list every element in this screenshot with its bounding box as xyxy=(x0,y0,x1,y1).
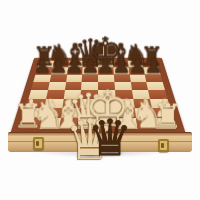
brass-latch-right xyxy=(158,139,169,152)
square-f7: ♟ xyxy=(113,67,129,74)
square-g7: ♟ xyxy=(128,67,145,74)
square-g5 xyxy=(130,82,148,90)
black-queen-front: ♛ xyxy=(88,113,133,163)
black-pawn: ♟ xyxy=(144,56,163,77)
square-a5 xyxy=(31,82,49,90)
brass-latch-left xyxy=(33,137,44,150)
white-rook: ♜ xyxy=(153,100,183,133)
latch-hole xyxy=(36,141,39,146)
latch-hole xyxy=(161,143,164,148)
square-h5 xyxy=(147,82,165,90)
square-h1: ♜ xyxy=(154,118,176,129)
chess-set-photo: ♜♞♝♛♚♝♞♜♟♟♟♟♟♟♟♟♟♟♟♟♟♟♟♟♜♞♝♛♚♝♞♜ ♛ ♛ xyxy=(0,0,200,200)
square-b5 xyxy=(48,82,66,90)
square-h7: ♟ xyxy=(143,67,160,74)
